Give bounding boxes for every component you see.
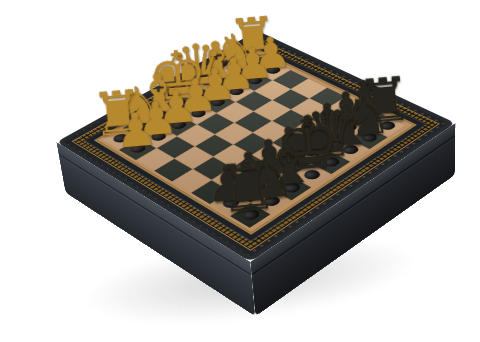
square-a8: ♜ [230,203,270,228]
perspective-wrapper: ♜♞♝♚♛♝♞♜♟♟♟♟♟♟♟♟♟♟♟♟♟♟♟♟♜♞♝♚♛♝♞♜ [0,0,480,342]
camera-roll-wrapper: ♜♞♝♚♛♝♞♜♟♟♟♟♟♟♟♟♟♟♟♟♟♟♟♟♜♞♝♚♛♝♞♜ [0,0,480,342]
board-top-face: ♜♞♝♚♛♝♞♜♟♟♟♟♟♟♟♟♟♟♟♟♟♟♟♟♜♞♝♚♛♝♞♜ [56,31,455,262]
product-photo: ♜♞♝♚♛♝♞♜♟♟♟♟♟♟♟♟♟♟♟♟♟♟♟♟♜♞♝♚♛♝♞♜ [0,0,480,342]
chess-board-case: ♜♞♝♚♛♝♞♜♟♟♟♟♟♟♟♟♟♟♟♟♟♟♟♟♜♞♝♚♛♝♞♜ [56,31,455,262]
black-obelisk-rook: ♜ [210,152,285,223]
